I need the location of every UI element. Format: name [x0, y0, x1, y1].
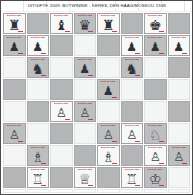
- selvage-cell: [74, 189, 97, 193]
- stamp-value-mark: [182, 163, 187, 165]
- stamp-value-mark: [88, 31, 93, 33]
- square-d1: SURINAME♕: [74, 167, 97, 188]
- stamp-country-label: SURINAME: [31, 36, 45, 39]
- stamp-country-label: SURINAME: [125, 58, 139, 61]
- stamp-value-mark: [112, 141, 117, 143]
- stamp-value-mark: [112, 31, 117, 33]
- white-pawn-icon: ♙: [9, 129, 20, 141]
- stamp-value-mark: [41, 163, 46, 165]
- square-f4: [121, 101, 144, 122]
- square-a3: SURINAME♙: [3, 123, 26, 144]
- square-g8: SURINAME♚: [144, 13, 167, 34]
- square-e3: SURINAME♙: [97, 123, 120, 144]
- square-f8: [121, 13, 144, 34]
- white-pawn-icon: ♙: [103, 129, 114, 141]
- stamp-country-label: SURINAME: [78, 168, 92, 171]
- stamp-value-mark: [88, 75, 93, 77]
- square-h4: [168, 101, 191, 122]
- stamp-country-label: SURINAME: [31, 58, 45, 61]
- square-c2: [50, 145, 73, 166]
- square-b5: [27, 79, 50, 100]
- black-pawn-icon: ♟: [173, 41, 184, 53]
- stamp-country-label: SURINAME: [101, 124, 115, 127]
- square-c6: [50, 57, 73, 78]
- stamp-country-label: SURINAME: [101, 146, 115, 149]
- square-b1: SURINAME♖: [27, 167, 50, 188]
- square-d6: SURINAME♟: [74, 57, 97, 78]
- stamp-country-label: SURINAME: [125, 124, 139, 127]
- square-d4: SURINAME♙: [74, 101, 97, 122]
- white-pawn-icon: ♙: [173, 151, 184, 163]
- stamp-country-label: SURINAME: [172, 146, 186, 149]
- square-a7: SURINAME♟: [3, 35, 26, 56]
- stamp-value-mark: [18, 141, 23, 143]
- square-h5: [168, 79, 191, 100]
- sheet-title: UITGIFTE 2009: BOTWINNIK - KERES, DEN HA…: [26, 4, 167, 8]
- stamp-country-label: SURINAME: [125, 168, 139, 171]
- stamp-value-mark: [112, 163, 117, 165]
- stamp-country-label: SURINAME: [31, 146, 45, 149]
- selvage-cell: [121, 189, 144, 193]
- stamp-value-mark: [135, 75, 140, 77]
- square-g1: SURINAME♔: [144, 167, 167, 188]
- square-h1: [168, 167, 191, 188]
- stamp-country-label: SURINAME: [148, 168, 162, 171]
- square-c1: [50, 167, 73, 188]
- square-h3: [168, 123, 191, 144]
- stamp-country-label: SURINAME: [101, 80, 115, 83]
- square-d5: [74, 79, 97, 100]
- stamp-country-label: SURINAME: [148, 14, 162, 17]
- stamp-value-mark: [135, 53, 140, 55]
- square-c3: [50, 123, 73, 144]
- black-pawn-icon: ♟: [103, 85, 114, 97]
- selvage-cell: [3, 189, 26, 193]
- stamp-country-label: SURINAME: [101, 14, 115, 17]
- stamp-value-mark: [182, 53, 187, 55]
- stamp-value-mark: [112, 97, 117, 99]
- square-f7: SURINAME♟: [121, 35, 144, 56]
- stamp-country-label: SURINAME: [148, 36, 162, 39]
- selvage-cell: [144, 189, 167, 193]
- stamp-value-mark: [88, 119, 93, 121]
- stamp-country-label: SURINAME: [172, 36, 186, 39]
- stamp-country-label: SURINAME: [7, 14, 21, 17]
- stamp-value-mark: [65, 31, 70, 33]
- white-pawn-icon: ♙: [56, 107, 67, 119]
- white-pawn-icon: ♙: [150, 151, 161, 163]
- square-f3: SURINAME♙: [121, 123, 144, 144]
- square-c4: SURINAME♙: [50, 101, 73, 122]
- square-a8: SURINAME♜: [3, 13, 26, 34]
- square-e1: [97, 167, 120, 188]
- stamp-value-mark: [41, 185, 46, 187]
- stamp-country-label: SURINAME: [31, 168, 45, 171]
- stamp-value-mark: [159, 185, 164, 187]
- square-a6: [3, 57, 26, 78]
- square-e4: [97, 101, 120, 122]
- square-e6: [97, 57, 120, 78]
- square-b7: SURINAME♟: [27, 35, 50, 56]
- square-g3: SURINAME♘: [144, 123, 167, 144]
- black-pawn-icon: ♟: [79, 63, 90, 75]
- black-pawn-icon: ♟: [9, 41, 20, 53]
- stamp-country-label: SURINAME: [148, 146, 162, 149]
- black-pawn-icon: ♟: [150, 41, 161, 53]
- square-d2: [74, 145, 97, 166]
- stamp-country-label: SURINAME: [7, 36, 21, 39]
- stamp-value-mark: [135, 185, 140, 187]
- selvage-cell: [27, 189, 50, 193]
- stamp-country-label: SURINAME: [78, 102, 92, 105]
- stamp-value-mark: [41, 53, 46, 55]
- square-f6: SURINAME♞: [121, 57, 144, 78]
- stamp-sheet: UITGIFTE 2009: BOTWINNIK - KERES, DEN HA…: [0, 0, 193, 195]
- square-b6: SURINAME♞: [27, 57, 50, 78]
- square-d8: SURINAME♛: [74, 13, 97, 34]
- square-g7: SURINAME♟: [144, 35, 167, 56]
- selvage-cell: [50, 189, 73, 193]
- stamp-country-label: SURINAME: [125, 36, 139, 39]
- stamp-value-mark: [65, 119, 70, 121]
- square-h8: [168, 13, 191, 34]
- square-e2: SURINAME♗: [97, 145, 120, 166]
- stamp-value-mark: [159, 31, 164, 33]
- square-a2: [3, 145, 26, 166]
- stamp-value-mark: [159, 163, 164, 165]
- square-d3: [74, 123, 97, 144]
- square-g5: [144, 79, 167, 100]
- square-d7: [74, 35, 97, 56]
- stamp-country-label: SURINAME: [54, 102, 68, 105]
- square-e5: SURINAME♟: [97, 79, 120, 100]
- white-pawn-icon: ♙: [79, 107, 90, 119]
- square-b4: [27, 101, 50, 122]
- selvage-cell: [168, 189, 191, 193]
- square-h7: SURINAME♟: [168, 35, 191, 56]
- stamp-value-mark: [41, 75, 46, 77]
- stamp-value-mark: [18, 53, 23, 55]
- white-pawn-icon: ♙: [126, 129, 137, 141]
- square-h2: SURINAME♙: [168, 145, 191, 166]
- black-pawn-icon: ♟: [32, 41, 43, 53]
- square-b3: [27, 123, 50, 144]
- stamp-value-mark: [159, 53, 164, 55]
- square-c5: [50, 79, 73, 100]
- stamp-value-mark: [88, 185, 93, 187]
- square-f1: SURINAME♖: [121, 167, 144, 188]
- square-f2: [121, 145, 144, 166]
- square-a4: [3, 101, 26, 122]
- square-b8: [27, 13, 50, 34]
- square-h6: [168, 57, 191, 78]
- square-g6: [144, 57, 167, 78]
- stamp-value-mark: [135, 141, 140, 143]
- sheet-footer-selvage: [1, 189, 192, 194]
- square-a5: [3, 79, 26, 100]
- black-pawn-icon: ♟: [126, 41, 137, 53]
- square-a1: [3, 167, 26, 188]
- board: SURINAME♜SURINAME♝SURINAME♛SURINAME♜SURI…: [1, 12, 192, 189]
- stamp-country-label: SURINAME: [78, 58, 92, 61]
- square-e7: [97, 35, 120, 56]
- stamp-value-mark: [18, 31, 23, 33]
- stamp-country-label: SURINAME: [54, 14, 68, 17]
- stamp-country-label: SURINAME: [7, 124, 21, 127]
- stamp-country-label: SURINAME: [148, 124, 162, 127]
- square-e8: SURINAME♜: [97, 13, 120, 34]
- selvage-cell: [97, 189, 120, 193]
- square-c7: [50, 35, 73, 56]
- square-f5: [121, 79, 144, 100]
- stamp-country-label: SURINAME: [78, 14, 92, 17]
- stamp-value-mark: [159, 141, 164, 143]
- square-g4: [144, 101, 167, 122]
- square-g2: SURINAME♙: [144, 145, 167, 166]
- square-b2: SURINAME♗: [27, 145, 50, 166]
- sheet-header: UITGIFTE 2009: BOTWINNIK - KERES, DEN HA…: [1, 1, 192, 12]
- square-c8: SURINAME♝: [50, 13, 73, 34]
